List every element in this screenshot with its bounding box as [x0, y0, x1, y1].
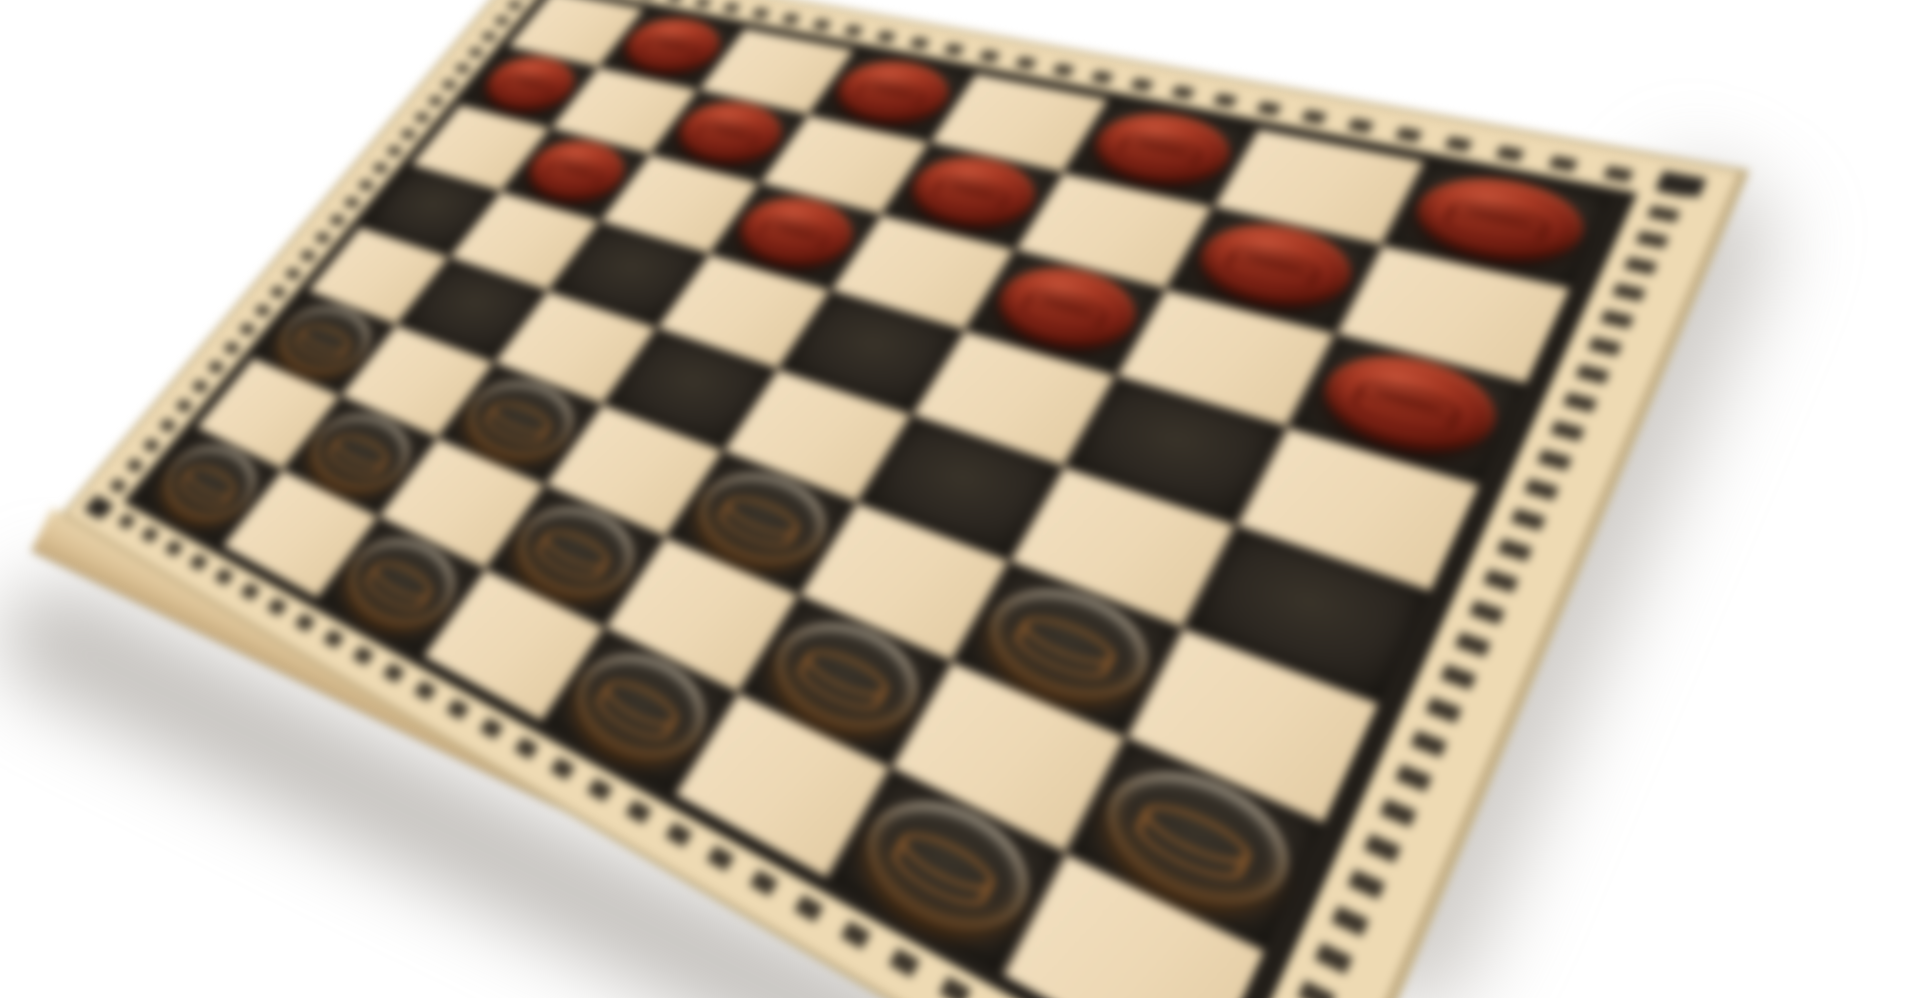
draughts-man-glyph: ⛂ [840, 61, 945, 124]
draughts-man-glyph: ⛀ [996, 585, 1140, 701]
draughts-man-glyph: ⛂ [1101, 113, 1222, 186]
draughts-man-glyph: ⛂ [529, 140, 623, 203]
draughts-man-glyph: ⛂ [1427, 177, 1570, 263]
draughts-man-glyph: ⛀ [164, 443, 258, 522]
draughts-man-glyph: ⛂ [486, 57, 574, 112]
draughts-man-glyph: ⛀ [348, 536, 455, 629]
draughts-man-glyph: ⛂ [680, 102, 779, 165]
board-frame: ⛂⛂⛂⛂⛂⛂⛂⛂⛂⛂⛂⛂⛀⛀⛀⛀⛀⛀⛀⛀⛀⛀⛀⛀ [123, 0, 1637, 998]
draughts-man-glyph: ⛀ [280, 305, 372, 375]
draughts-man-glyph: ⛀ [578, 650, 703, 761]
draughts-man-glyph: ⛀ [468, 379, 572, 460]
photo-stage: ⛂⛂⛂⛂⛂⛂⛂⛂⛂⛂⛂⛂⛀⛀⛀⛀⛀⛀⛀⛀⛀⛀⛀⛀ [0, 0, 1920, 998]
draughts-man-glyph: ⛂ [742, 197, 850, 269]
draughts-man-glyph: ⛀ [312, 412, 411, 492]
draughts-man-glyph: ⛂ [626, 19, 718, 74]
red-checker: ⛂ [821, 53, 964, 132]
draughts-man-glyph: ⛀ [701, 470, 822, 566]
draughts-man-glyph: ⛂ [1004, 266, 1129, 350]
draughts-man-glyph: ⛂ [916, 156, 1030, 228]
draughts-man-glyph: ⛂ [1208, 223, 1342, 308]
draughts-man-glyph: ⛂ [1334, 354, 1483, 455]
scene: ⛂⛂⛂⛂⛂⛂⛂⛂⛂⛂⛂⛂⛀⛀⛀⛀⛀⛀⛀⛀⛀⛀⛀⛀ [0, 0, 1920, 998]
red-checker: ⛂ [1079, 104, 1246, 196]
draughts-man-glyph: ⛀ [519, 504, 633, 598]
draughts-man-glyph: ⛀ [779, 619, 913, 733]
